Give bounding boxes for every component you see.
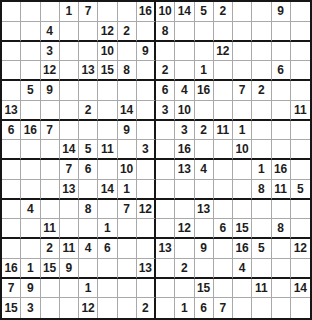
cell-r16c8[interactable]: 2 [137,298,156,318]
cell-r14c10[interactable]: 2 [175,259,194,279]
cell-r13c1[interactable] [2,239,21,259]
cell-r16c11[interactable]: 6 [195,298,214,318]
cell-r5c12[interactable] [214,81,233,101]
cell-r3c13[interactable] [233,42,252,62]
cell-r15c14[interactable]: 11 [252,279,271,299]
cell-r10c2[interactable] [21,180,40,200]
cell-r3c12[interactable]: 12 [214,42,233,62]
cell-r8c12[interactable] [214,140,233,160]
cell-r14c9[interactable] [156,259,175,279]
cell-r2c2[interactable] [21,22,40,42]
cell-r11c6[interactable] [98,200,117,220]
cell-r5c8[interactable] [137,81,156,101]
cell-r12c14[interactable] [252,219,271,239]
cell-r9c7[interactable]: 10 [118,160,137,180]
cell-r13c8[interactable] [137,239,156,259]
cell-r7c9[interactable] [156,121,175,141]
cell-r2c8[interactable] [137,22,156,42]
cell-r8c8[interactable]: 3 [137,140,156,160]
cell-r10c7[interactable]: 1 [118,180,137,200]
cell-r7c8[interactable] [137,121,156,141]
cell-r13c2[interactable] [21,239,40,259]
cell-r8c7[interactable] [118,140,137,160]
cell-r9c15[interactable]: 16 [272,160,291,180]
cell-r4c7[interactable]: 8 [118,61,137,81]
cell-r10c12[interactable] [214,180,233,200]
cell-r3c1[interactable] [2,42,21,62]
cell-r1c15[interactable]: 9 [272,2,291,22]
cell-r3c14[interactable] [252,42,271,62]
cell-r13c5[interactable]: 4 [79,239,98,259]
cell-r16c2[interactable]: 3 [21,298,40,318]
cell-r16c16[interactable] [291,298,310,318]
cell-r12c15[interactable]: 8 [272,219,291,239]
cell-r16c1[interactable]: 15 [2,298,21,318]
cell-r8c2[interactable] [21,140,40,160]
cell-r10c14[interactable]: 8 [252,180,271,200]
cell-r14c14[interactable] [252,259,271,279]
cell-r2c15[interactable] [272,22,291,42]
cell-r15c6[interactable] [98,279,117,299]
cell-r15c4[interactable] [60,279,79,299]
cell-r2c5[interactable] [79,22,98,42]
cell-r6c16[interactable]: 11 [291,101,310,121]
cell-r3c8[interactable]: 9 [137,42,156,62]
cell-r14c3[interactable]: 15 [41,259,60,279]
cell-r8c5[interactable]: 5 [79,140,98,160]
cell-r5c14[interactable]: 2 [252,81,271,101]
cell-r6c14[interactable] [252,101,271,121]
cell-r2c4[interactable] [60,22,79,42]
cell-r4c4[interactable] [60,61,79,81]
cell-r6c11[interactable] [195,101,214,121]
cell-r1c10[interactable]: 14 [175,2,194,22]
cell-r6c1[interactable]: 13 [2,101,21,121]
cell-r5c7[interactable] [118,81,137,101]
cell-r7c6[interactable] [98,121,117,141]
cell-r2c14[interactable] [252,22,271,42]
cell-r9c6[interactable] [98,160,117,180]
cell-r9c12[interactable] [214,160,233,180]
cell-r16c9[interactable] [156,298,175,318]
cell-r13c7[interactable] [118,239,137,259]
cell-r8c16[interactable] [291,140,310,160]
cell-r7c3[interactable]: 7 [41,121,60,141]
cell-r5c13[interactable]: 7 [233,81,252,101]
cell-r10c13[interactable] [233,180,252,200]
cell-r1c13[interactable] [233,2,252,22]
cell-r12c3[interactable]: 11 [41,219,60,239]
cell-r4c2[interactable] [21,61,40,81]
cell-r3c7[interactable] [118,42,137,62]
cell-r15c11[interactable]: 15 [195,279,214,299]
cell-r11c15[interactable] [272,200,291,220]
cell-r3c3[interactable]: 3 [41,42,60,62]
cell-r8c6[interactable]: 11 [98,140,117,160]
cell-r14c15[interactable] [272,259,291,279]
cell-r4c12[interactable] [214,61,233,81]
cell-r11c9[interactable] [156,200,175,220]
cell-r4c1[interactable] [2,61,21,81]
cell-r13c4[interactable]: 11 [60,239,79,259]
cell-r10c15[interactable]: 11 [272,180,291,200]
cell-r4c11[interactable]: 1 [195,61,214,81]
cell-r15c15[interactable] [272,279,291,299]
cell-r4c6[interactable]: 15 [98,61,117,81]
cell-r6c6[interactable] [98,101,117,121]
cell-r9c5[interactable]: 6 [79,160,98,180]
cell-r1c9[interactable]: 10 [156,2,175,22]
cell-r12c7[interactable] [118,219,137,239]
cell-r9c10[interactable]: 13 [175,160,194,180]
cell-r6c3[interactable] [41,101,60,121]
cell-r2c13[interactable] [233,22,252,42]
cell-r6c15[interactable] [272,101,291,121]
cell-r11c3[interactable] [41,200,60,220]
cell-r1c4[interactable]: 1 [60,2,79,22]
cell-r3c2[interactable] [21,42,40,62]
cell-r14c13[interactable]: 4 [233,259,252,279]
cell-r14c7[interactable] [118,259,137,279]
cell-r6c8[interactable] [137,101,156,121]
cell-r12c10[interactable]: 12 [175,219,194,239]
cell-r9c3[interactable] [41,160,60,180]
cell-r3c5[interactable] [79,42,98,62]
cell-r12c13[interactable]: 15 [233,219,252,239]
cell-r14c12[interactable] [214,259,233,279]
cell-r6c9[interactable]: 3 [156,101,175,121]
cell-r1c14[interactable] [252,2,271,22]
cell-r7c7[interactable]: 9 [118,121,137,141]
cell-r3c16[interactable] [291,42,310,62]
cell-r14c11[interactable] [195,259,214,279]
cell-r8c3[interactable] [41,140,60,160]
cell-r5c15[interactable] [272,81,291,101]
cell-r13c6[interactable]: 6 [98,239,117,259]
cell-r2c6[interactable]: 12 [98,22,117,42]
cell-r12c11[interactable] [195,219,214,239]
cell-r15c7[interactable] [118,279,137,299]
cell-r8c15[interactable] [272,140,291,160]
cell-r14c5[interactable] [79,259,98,279]
cell-r10c5[interactable] [79,180,98,200]
cell-r7c14[interactable] [252,121,271,141]
cell-r7c5[interactable] [79,121,98,141]
cell-r2c1[interactable] [2,22,21,42]
cell-r11c10[interactable] [175,200,194,220]
cell-r15c1[interactable]: 7 [2,279,21,299]
cell-r9c16[interactable] [291,160,310,180]
cell-r15c12[interactable] [214,279,233,299]
cell-r5c1[interactable] [2,81,21,101]
cell-r3c15[interactable] [272,42,291,62]
cell-r4c10[interactable] [175,61,194,81]
cell-r5c10[interactable]: 4 [175,81,194,101]
cell-r12c6[interactable]: 1 [98,219,117,239]
cell-r8c9[interactable] [156,140,175,160]
cell-r12c5[interactable] [79,219,98,239]
cell-r10c9[interactable] [156,180,175,200]
cell-r5c5[interactable] [79,81,98,101]
cell-r16c4[interactable] [60,298,79,318]
cell-r8c4[interactable]: 14 [60,140,79,160]
cell-r12c12[interactable]: 6 [214,219,233,239]
cell-r9c2[interactable] [21,160,40,180]
cell-r8c13[interactable]: 10 [233,140,252,160]
cell-r1c2[interactable] [21,2,40,22]
cell-r1c16[interactable] [291,2,310,22]
cell-r5c2[interactable]: 5 [21,81,40,101]
cell-r8c11[interactable] [195,140,214,160]
cell-r11c2[interactable]: 4 [21,200,40,220]
cell-r2c3[interactable]: 4 [41,22,60,42]
cell-r6c10[interactable]: 10 [175,101,194,121]
cell-r4c15[interactable]: 6 [272,61,291,81]
cell-r16c10[interactable]: 1 [175,298,194,318]
sudoku-board: 1716101452941228310912121315821659641672… [0,0,312,320]
cell-r12c16[interactable] [291,219,310,239]
cell-r7c1[interactable]: 6 [2,121,21,141]
cell-r15c9[interactable] [156,279,175,299]
cell-r8c1[interactable] [2,140,21,160]
cell-r12c8[interactable] [137,219,156,239]
cell-r3c6[interactable]: 10 [98,42,117,62]
cell-r10c16[interactable]: 5 [291,180,310,200]
cell-r1c3[interactable] [41,2,60,22]
cell-r10c8[interactable] [137,180,156,200]
cell-r5c16[interactable] [291,81,310,101]
cell-r14c4[interactable]: 9 [60,259,79,279]
cell-r7c13[interactable]: 1 [233,121,252,141]
cell-r13c13[interactable]: 16 [233,239,252,259]
cell-r13c9[interactable]: 13 [156,239,175,259]
cell-r13c12[interactable] [214,239,233,259]
cell-r14c16[interactable] [291,259,310,279]
cell-r7c4[interactable] [60,121,79,141]
cell-r7c16[interactable] [291,121,310,141]
cell-r11c16[interactable] [291,200,310,220]
cell-r13c10[interactable] [175,239,194,259]
cell-r8c10[interactable]: 16 [175,140,194,160]
cell-r7c2[interactable]: 16 [21,121,40,141]
cell-r2c7[interactable]: 2 [118,22,137,42]
cell-r15c16[interactable]: 14 [291,279,310,299]
cell-r5c6[interactable] [98,81,117,101]
cell-r6c12[interactable] [214,101,233,121]
cell-r9c11[interactable]: 4 [195,160,214,180]
cell-r7c12[interactable]: 11 [214,121,233,141]
cell-r14c8[interactable]: 13 [137,259,156,279]
cell-r8c14[interactable] [252,140,271,160]
cell-r5c4[interactable] [60,81,79,101]
cell-r11c1[interactable] [2,200,21,220]
cell-r3c11[interactable] [195,42,214,62]
cell-r7c10[interactable]: 3 [175,121,194,141]
cell-r15c3[interactable] [41,279,60,299]
cell-r11c11[interactable]: 13 [195,200,214,220]
cell-r9c13[interactable] [233,160,252,180]
cell-r14c2[interactable]: 1 [21,259,40,279]
cell-r3c10[interactable] [175,42,194,62]
cell-r11c14[interactable] [252,200,271,220]
cell-r16c6[interactable] [98,298,117,318]
cell-r4c3[interactable]: 12 [41,61,60,81]
cell-r16c13[interactable] [233,298,252,318]
cell-r1c7[interactable] [118,2,137,22]
cell-r4c9[interactable]: 2 [156,61,175,81]
cell-r5c3[interactable]: 9 [41,81,60,101]
cell-r11c4[interactable] [60,200,79,220]
cell-r6c4[interactable] [60,101,79,121]
cell-r16c12[interactable]: 7 [214,298,233,318]
cell-r6c7[interactable]: 14 [118,101,137,121]
cell-r14c1[interactable]: 16 [2,259,21,279]
cell-r12c2[interactable] [21,219,40,239]
cell-r1c8[interactable]: 16 [137,2,156,22]
cell-r9c1[interactable] [2,160,21,180]
cell-r4c16[interactable] [291,61,310,81]
cell-r10c1[interactable] [2,180,21,200]
cell-r1c6[interactable] [98,2,117,22]
cell-r10c4[interactable]: 13 [60,180,79,200]
cell-r3c9[interactable] [156,42,175,62]
cell-r1c11[interactable]: 5 [195,2,214,22]
cell-r15c8[interactable] [137,279,156,299]
cell-r7c11[interactable]: 2 [195,121,214,141]
cell-r12c1[interactable] [2,219,21,239]
cell-r6c13[interactable] [233,101,252,121]
cell-r6c5[interactable]: 2 [79,101,98,121]
cell-r2c12[interactable] [214,22,233,42]
cell-r13c16[interactable]: 12 [291,239,310,259]
cell-r11c7[interactable]: 7 [118,200,137,220]
cell-r15c13[interactable] [233,279,252,299]
cell-r16c5[interactable]: 12 [79,298,98,318]
cell-r4c8[interactable] [137,61,156,81]
cell-r4c14[interactable] [252,61,271,81]
cell-r16c15[interactable] [272,298,291,318]
cell-r9c4[interactable]: 7 [60,160,79,180]
cell-r1c12[interactable]: 2 [214,2,233,22]
cell-r13c15[interactable] [272,239,291,259]
cell-r15c10[interactable] [175,279,194,299]
cell-r14c6[interactable] [98,259,117,279]
cell-r11c13[interactable] [233,200,252,220]
cell-r13c14[interactable]: 5 [252,239,271,259]
cell-r10c6[interactable]: 14 [98,180,117,200]
cell-r5c9[interactable]: 6 [156,81,175,101]
cell-r13c3[interactable]: 2 [41,239,60,259]
cell-r10c3[interactable] [41,180,60,200]
cell-r3c4[interactable] [60,42,79,62]
cell-r2c10[interactable] [175,22,194,42]
cell-r9c14[interactable]: 1 [252,160,271,180]
cell-r11c12[interactable] [214,200,233,220]
cell-r11c5[interactable]: 8 [79,200,98,220]
cell-r16c14[interactable] [252,298,271,318]
cell-r4c5[interactable]: 13 [79,61,98,81]
cell-r9c9[interactable] [156,160,175,180]
cell-r11c8[interactable]: 12 [137,200,156,220]
cell-r2c11[interactable] [195,22,214,42]
cell-r7c15[interactable] [272,121,291,141]
cell-r5c11[interactable]: 16 [195,81,214,101]
cell-r12c4[interactable] [60,219,79,239]
cell-r15c2[interactable]: 9 [21,279,40,299]
cell-r6c2[interactable] [21,101,40,121]
cell-r4c13[interactable] [233,61,252,81]
cell-r1c5[interactable]: 7 [79,2,98,22]
cell-r9c8[interactable] [137,160,156,180]
cell-r16c3[interactable] [41,298,60,318]
cell-r16c7[interactable] [118,298,137,318]
cell-r15c5[interactable]: 1 [79,279,98,299]
cell-r10c10[interactable] [175,180,194,200]
cell-r10c11[interactable] [195,180,214,200]
cell-r13c11[interactable]: 9 [195,239,214,259]
cell-r2c16[interactable] [291,22,310,42]
cell-r1c1[interactable] [2,2,21,22]
cell-r2c9[interactable]: 8 [156,22,175,42]
cell-r12c9[interactable] [156,219,175,239]
